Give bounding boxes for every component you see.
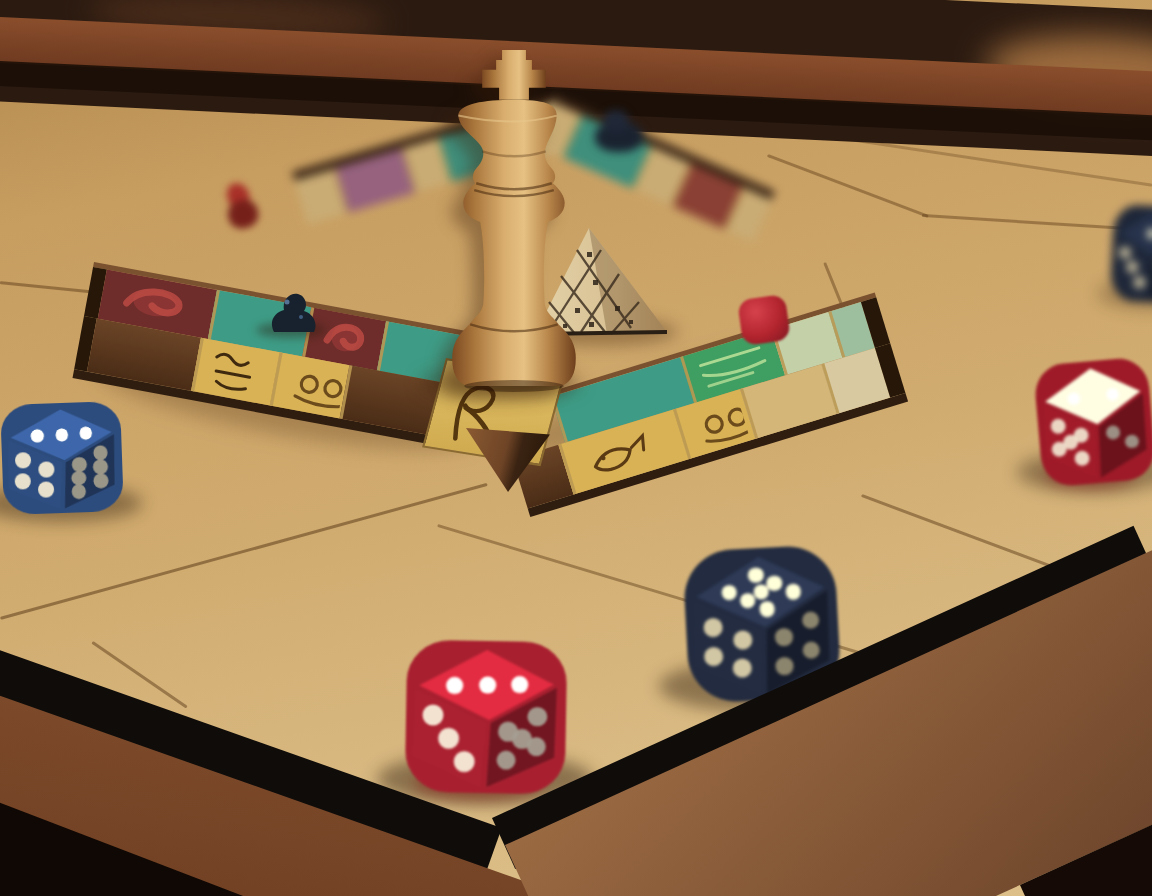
die-pip [526,737,546,757]
die-navy-corner[interactable] [1110,204,1152,304]
die-pip [15,452,32,469]
die-pip [79,427,92,440]
die-pip [38,461,55,478]
die-pip [1106,388,1119,401]
die-pip [93,459,108,474]
die-pip [1133,276,1146,289]
die-pip [733,658,753,678]
die-pip [15,473,32,490]
die-pip [785,584,801,600]
far-dark-token[interactable] [593,110,645,154]
die-pip [93,445,108,460]
die-pip [802,641,820,659]
die-pip [528,707,548,727]
king-body [452,100,576,386]
die-red-bottom[interactable] [405,640,568,795]
die-pip [71,484,86,499]
tabletop-photo-scene [0,0,1152,896]
die-pip [446,677,463,694]
die-pip [1126,261,1139,274]
die-pip [766,575,782,591]
die-pip [703,618,723,638]
die-pip [721,584,737,600]
die-pip [1051,441,1067,457]
die-pip [438,728,459,749]
die-crimson-right[interactable] [1033,356,1152,487]
die-pip [703,646,723,666]
die-pip [31,430,44,443]
red-cube-token[interactable] [737,294,791,346]
die-pip [55,428,68,441]
die-pip [802,611,820,629]
die-pip [453,751,474,772]
die-pip [775,628,793,646]
blue-meeple[interactable] [260,284,324,336]
die-pip [511,676,528,693]
die-pip [93,473,108,488]
die-pip [733,630,753,650]
far-dark-token-head [603,110,629,132]
die-pip [1068,392,1081,405]
die-pip [748,567,764,583]
die-pip [1124,434,1139,449]
die-pip [479,677,496,694]
die-pip [775,657,793,675]
die-pip [422,705,443,726]
die-pip [1050,418,1066,434]
die-pip [1119,246,1132,259]
king-cross-finial [482,50,546,100]
die-pip [1074,450,1090,466]
die-pip [38,482,55,499]
white-king-piece[interactable] [444,44,584,392]
die-pip [497,751,517,771]
die-pip [1105,425,1120,440]
die-blue-left[interactable] [0,401,124,515]
die-pip [1147,229,1152,239]
die-pip [759,601,775,617]
